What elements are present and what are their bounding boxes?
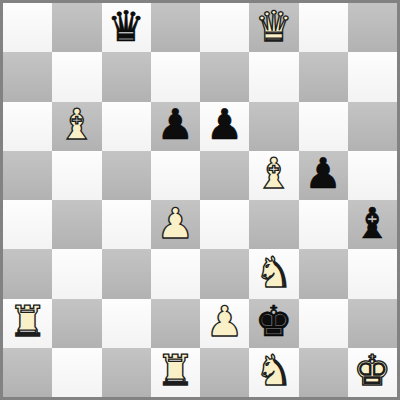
square-e2[interactable]: ♟ <box>200 299 249 348</box>
white-queen[interactable]: ♛ <box>255 6 293 48</box>
square-c2[interactable] <box>102 299 151 348</box>
black-pawn[interactable]: ♟ <box>157 104 195 146</box>
square-e7[interactable] <box>200 52 249 101</box>
white-knight[interactable]: ♞ <box>255 350 293 392</box>
square-d3[interactable] <box>151 249 200 298</box>
square-g5[interactable]: ♟ <box>299 151 348 200</box>
white-pawn[interactable]: ♟ <box>157 203 195 245</box>
square-d4[interactable]: ♟ <box>151 200 200 249</box>
square-g8[interactable] <box>299 3 348 52</box>
square-a6[interactable] <box>3 102 52 151</box>
white-pawn[interactable]: ♟ <box>206 301 244 343</box>
square-e6[interactable]: ♟ <box>200 102 249 151</box>
black-queen[interactable]: ♛ <box>107 6 145 48</box>
square-g2[interactable] <box>299 299 348 348</box>
white-rook[interactable]: ♜ <box>9 301 47 343</box>
square-d7[interactable] <box>151 52 200 101</box>
square-b3[interactable] <box>52 249 101 298</box>
square-b5[interactable] <box>52 151 101 200</box>
square-f1[interactable]: ♞ <box>249 348 298 397</box>
square-a5[interactable] <box>3 151 52 200</box>
square-g6[interactable] <box>299 102 348 151</box>
square-a8[interactable] <box>3 3 52 52</box>
square-h6[interactable] <box>348 102 397 151</box>
square-g1[interactable] <box>299 348 348 397</box>
square-e3[interactable] <box>200 249 249 298</box>
square-b1[interactable] <box>52 348 101 397</box>
square-a4[interactable] <box>3 200 52 249</box>
square-d6[interactable]: ♟ <box>151 102 200 151</box>
square-e5[interactable] <box>200 151 249 200</box>
square-c1[interactable] <box>102 348 151 397</box>
square-b2[interactable] <box>52 299 101 348</box>
black-king[interactable]: ♚ <box>255 301 293 343</box>
white-king[interactable]: ♚ <box>354 350 392 392</box>
square-c5[interactable] <box>102 151 151 200</box>
square-c7[interactable] <box>102 52 151 101</box>
square-f2[interactable]: ♚ <box>249 299 298 348</box>
square-b7[interactable] <box>52 52 101 101</box>
square-c4[interactable] <box>102 200 151 249</box>
black-bishop[interactable]: ♝ <box>354 203 392 245</box>
square-d8[interactable] <box>151 3 200 52</box>
square-h3[interactable] <box>348 249 397 298</box>
square-g3[interactable] <box>299 249 348 298</box>
black-pawn[interactable]: ♟ <box>206 104 244 146</box>
square-c6[interactable] <box>102 102 151 151</box>
square-e1[interactable] <box>200 348 249 397</box>
square-b8[interactable] <box>52 3 101 52</box>
square-h7[interactable] <box>348 52 397 101</box>
white-bishop[interactable]: ♝ <box>255 153 293 195</box>
square-f6[interactable] <box>249 102 298 151</box>
square-f8[interactable]: ♛ <box>249 3 298 52</box>
white-knight[interactable]: ♞ <box>255 252 293 294</box>
square-b6[interactable]: ♝ <box>52 102 101 151</box>
square-a7[interactable] <box>3 52 52 101</box>
square-f4[interactable] <box>249 200 298 249</box>
square-h4[interactable]: ♝ <box>348 200 397 249</box>
square-h5[interactable] <box>348 151 397 200</box>
square-h2[interactable] <box>348 299 397 348</box>
square-e4[interactable] <box>200 200 249 249</box>
square-f5[interactable]: ♝ <box>249 151 298 200</box>
square-a2[interactable]: ♜ <box>3 299 52 348</box>
square-b4[interactable] <box>52 200 101 249</box>
square-a1[interactable] <box>3 348 52 397</box>
square-c3[interactable] <box>102 249 151 298</box>
white-rook[interactable]: ♜ <box>157 350 195 392</box>
white-bishop[interactable]: ♝ <box>58 104 96 146</box>
square-h1[interactable]: ♚ <box>348 348 397 397</box>
square-c8[interactable]: ♛ <box>102 3 151 52</box>
chess-board: ♛ ♛ ♝ ♟ ♟ ♝ ♟ ♟ ♝ ♞ ♜ ♟ ♚ <box>0 0 400 400</box>
square-f7[interactable] <box>249 52 298 101</box>
square-a3[interactable] <box>3 249 52 298</box>
square-d5[interactable] <box>151 151 200 200</box>
square-d1[interactable]: ♜ <box>151 348 200 397</box>
square-h8[interactable] <box>348 3 397 52</box>
square-f3[interactable]: ♞ <box>249 249 298 298</box>
black-pawn[interactable]: ♟ <box>304 153 342 195</box>
square-e8[interactable] <box>200 3 249 52</box>
square-d2[interactable] <box>151 299 200 348</box>
square-g7[interactable] <box>299 52 348 101</box>
square-g4[interactable] <box>299 200 348 249</box>
